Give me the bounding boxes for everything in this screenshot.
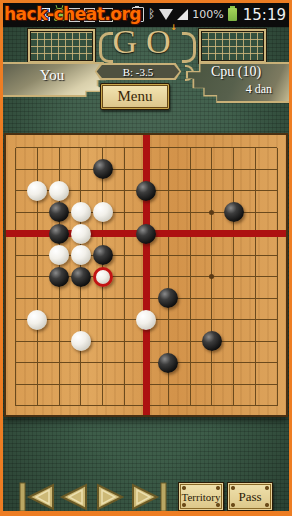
black-stone xyxy=(158,288,178,308)
go-board[interactable] xyxy=(4,133,288,417)
black-stone xyxy=(71,267,91,287)
wifi-icon: ↓ xyxy=(159,9,173,20)
last-move-icon xyxy=(130,482,167,512)
white-stone xyxy=(93,202,113,222)
cpu-name-label: Cpu (10) xyxy=(186,64,286,80)
white-stone xyxy=(49,181,69,201)
black-stone xyxy=(49,267,69,287)
pass-button[interactable]: Pass xyxy=(227,482,273,511)
nav-previous-button[interactable] xyxy=(59,482,89,512)
black-stone xyxy=(93,245,113,265)
grid-line-vertical xyxy=(233,148,234,406)
watermark-frame-bottom xyxy=(0,511,292,516)
nav-next-button[interactable] xyxy=(95,482,125,512)
nav-first-button[interactable] xyxy=(19,482,56,512)
white-stone xyxy=(27,310,47,330)
player-you-label: You xyxy=(40,67,64,84)
next-move-icon xyxy=(95,482,125,512)
grid-line-vertical xyxy=(190,148,191,406)
white-stone xyxy=(49,245,69,265)
star-point xyxy=(209,274,214,279)
white-stone xyxy=(71,245,91,265)
white-stone xyxy=(71,331,91,351)
black-stone xyxy=(93,159,113,179)
app-screen: ✉ ᛒ ↓ 100% 15:19 hack-cheat.org GO You C… xyxy=(0,0,292,516)
white-stone xyxy=(71,224,91,244)
black-stone xyxy=(49,202,69,222)
signal-icon xyxy=(177,9,188,20)
battery-percent: 100% xyxy=(192,8,223,21)
nav-last-button[interactable] xyxy=(130,482,167,512)
watermark: hack-cheat.org xyxy=(4,4,141,24)
grid-line-vertical xyxy=(277,148,278,406)
territory-button[interactable]: Territory xyxy=(178,482,224,511)
score-estimate-banner: B: -3.5 xyxy=(92,63,184,80)
white-stone xyxy=(136,310,156,330)
black-stone xyxy=(224,202,244,222)
last-move-crosshair-vertical xyxy=(143,135,150,415)
cpu-rank-label: 4 dan xyxy=(186,82,272,97)
wifi-download-arrow-icon: ↓ xyxy=(170,23,177,32)
star-point xyxy=(209,210,214,215)
black-stone xyxy=(136,181,156,201)
grid-line-vertical xyxy=(255,148,256,406)
black-stone xyxy=(202,331,222,351)
battery-icon xyxy=(228,8,237,21)
white-stone-ring-marked xyxy=(93,267,113,287)
first-move-icon xyxy=(19,482,56,512)
black-stone xyxy=(158,353,178,373)
black-stone xyxy=(49,224,69,244)
white-stone xyxy=(27,181,47,201)
player-banner-cpu: Cpu (10) 4 dan xyxy=(186,62,292,103)
score-estimate-label: B: -3.5 xyxy=(123,66,154,78)
previous-move-icon xyxy=(59,482,89,512)
menu-button[interactable]: Menu xyxy=(100,83,170,110)
clock: 15:19 xyxy=(243,6,286,24)
black-stone xyxy=(136,224,156,244)
app-title: GO xyxy=(0,23,292,61)
white-stone xyxy=(71,202,91,222)
player-banner-you: You xyxy=(0,62,106,97)
bluetooth-icon: ᛒ xyxy=(148,8,155,21)
